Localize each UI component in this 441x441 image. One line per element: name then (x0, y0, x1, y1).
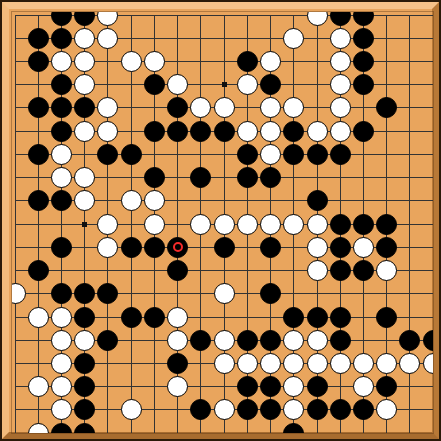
white-stone (283, 28, 304, 49)
black-stone (51, 11, 72, 26)
white-stone (330, 28, 351, 49)
black-stone (423, 330, 434, 351)
go-board[interactable] (0, 0, 441, 441)
white-stone (121, 190, 142, 211)
white-stone (74, 51, 95, 72)
black-stone (74, 283, 95, 304)
black-stone (307, 307, 328, 328)
white-stone (399, 353, 420, 374)
white-stone (214, 214, 235, 235)
white-stone (74, 74, 95, 95)
white-stone (330, 51, 351, 72)
black-stone (144, 74, 165, 95)
black-stone (144, 167, 165, 188)
black-stone (28, 190, 49, 211)
white-stone (74, 330, 95, 351)
white-stone (307, 237, 328, 258)
black-stone (330, 214, 351, 235)
white-stone (51, 376, 72, 397)
black-stone (353, 121, 374, 142)
white-stone (51, 399, 72, 420)
white-stone (283, 214, 304, 235)
black-stone (74, 353, 95, 374)
white-stone (307, 11, 328, 26)
white-stone (97, 214, 118, 235)
white-stone (330, 74, 351, 95)
black-stone (260, 74, 281, 95)
white-stone (307, 260, 328, 281)
white-stone (214, 330, 235, 351)
white-stone (51, 353, 72, 374)
white-stone (144, 51, 165, 72)
star-point (82, 222, 87, 227)
white-stone (307, 353, 328, 374)
white-stone (28, 423, 49, 434)
go-board-grid (11, 11, 434, 434)
black-stone (330, 144, 351, 165)
black-stone (51, 237, 72, 258)
black-stone (237, 330, 258, 351)
black-stone (190, 399, 211, 420)
black-stone (74, 423, 95, 434)
white-stone (353, 237, 374, 258)
white-stone (214, 97, 235, 118)
white-stone (307, 330, 328, 351)
white-stone (214, 399, 235, 420)
black-stone (283, 144, 304, 165)
black-stone (307, 399, 328, 420)
white-stone (51, 307, 72, 328)
white-stone (144, 190, 165, 211)
black-stone (237, 51, 258, 72)
white-stone (283, 399, 304, 420)
white-stone (190, 214, 211, 235)
black-stone (51, 423, 72, 434)
black-stone (28, 260, 49, 281)
white-stone (51, 51, 72, 72)
black-stone (260, 399, 281, 420)
white-stone (28, 376, 49, 397)
white-stone (423, 353, 434, 374)
black-stone (51, 28, 72, 49)
white-stone (167, 330, 188, 351)
white-stone (97, 237, 118, 258)
black-stone (353, 260, 374, 281)
black-stone (330, 11, 351, 26)
white-stone (260, 144, 281, 165)
white-stone (97, 121, 118, 142)
white-stone (74, 121, 95, 142)
black-stone (376, 237, 397, 258)
black-stone (190, 121, 211, 142)
black-stone (167, 260, 188, 281)
white-stone (237, 121, 258, 142)
white-stone (74, 28, 95, 49)
white-stone (167, 376, 188, 397)
white-stone (237, 74, 258, 95)
black-stone (28, 51, 49, 72)
black-stone (353, 11, 374, 26)
black-stone (51, 121, 72, 142)
black-stone (121, 237, 142, 258)
white-stone (260, 214, 281, 235)
black-stone (353, 399, 374, 420)
black-stone (399, 330, 420, 351)
black-stone (330, 399, 351, 420)
black-stone (121, 307, 142, 328)
black-stone (74, 399, 95, 420)
black-stone (376, 97, 397, 118)
black-stone (214, 237, 235, 258)
white-stone (376, 260, 397, 281)
black-stone (51, 190, 72, 211)
black-stone (74, 11, 95, 26)
white-stone (237, 214, 258, 235)
white-stone (376, 353, 397, 374)
white-stone (144, 214, 165, 235)
black-stone (28, 97, 49, 118)
white-stone (260, 353, 281, 374)
black-stone (307, 144, 328, 165)
black-stone (283, 423, 304, 434)
white-stone (11, 283, 26, 304)
black-stone (144, 307, 165, 328)
black-stone (353, 51, 374, 72)
black-stone (353, 74, 374, 95)
black-stone (28, 28, 49, 49)
black-stone (51, 283, 72, 304)
black-stone (260, 167, 281, 188)
black-stone (74, 376, 95, 397)
white-stone (51, 167, 72, 188)
black-stone (260, 376, 281, 397)
white-stone (307, 214, 328, 235)
white-stone (121, 399, 142, 420)
white-stone (167, 74, 188, 95)
black-stone (190, 167, 211, 188)
white-stone (353, 353, 374, 374)
white-stone (97, 11, 118, 26)
black-stone (97, 283, 118, 304)
white-stone (353, 376, 374, 397)
black-stone (237, 399, 258, 420)
black-stone (376, 214, 397, 235)
white-stone (74, 190, 95, 211)
black-stone (353, 214, 374, 235)
white-stone (51, 330, 72, 351)
black-stone (190, 330, 211, 351)
white-stone (237, 353, 258, 374)
white-stone (376, 399, 397, 420)
white-stone (51, 144, 72, 165)
black-stone (144, 121, 165, 142)
black-stone (51, 97, 72, 118)
white-stone (214, 283, 235, 304)
black-stone (97, 144, 118, 165)
black-stone (74, 97, 95, 118)
white-stone (260, 97, 281, 118)
black-stone (121, 144, 142, 165)
black-stone (167, 353, 188, 374)
black-stone (237, 167, 258, 188)
white-stone (283, 353, 304, 374)
black-stone (237, 376, 258, 397)
white-stone (260, 121, 281, 142)
black-stone (376, 376, 397, 397)
white-stone (190, 97, 211, 118)
black-stone (74, 307, 95, 328)
black-stone (330, 260, 351, 281)
black-stone (376, 307, 397, 328)
black-stone (330, 307, 351, 328)
black-stone (260, 283, 281, 304)
black-stone (353, 28, 374, 49)
white-stone (330, 121, 351, 142)
black-stone (260, 330, 281, 351)
black-stone (167, 97, 188, 118)
black-stone (307, 190, 328, 211)
white-stone (260, 51, 281, 72)
black-stone (307, 376, 328, 397)
white-stone (28, 307, 49, 328)
black-stone (283, 121, 304, 142)
white-stone (283, 376, 304, 397)
black-stone (97, 330, 118, 351)
black-stone (28, 144, 49, 165)
black-stone (51, 74, 72, 95)
white-stone (121, 51, 142, 72)
black-stone (330, 237, 351, 258)
white-stone (74, 167, 95, 188)
star-point (222, 82, 227, 87)
black-stone (144, 237, 165, 258)
black-stone (237, 144, 258, 165)
white-stone (307, 121, 328, 142)
black-stone (214, 121, 235, 142)
white-stone (97, 97, 118, 118)
last-move-marker (173, 242, 183, 252)
white-stone (330, 353, 351, 374)
white-stone (283, 97, 304, 118)
black-stone (260, 237, 281, 258)
black-stone (330, 330, 351, 351)
white-stone (167, 307, 188, 328)
white-stone (330, 97, 351, 118)
white-stone (97, 28, 118, 49)
white-stone (283, 330, 304, 351)
white-stone (214, 353, 235, 374)
black-stone (283, 307, 304, 328)
black-stone (167, 121, 188, 142)
